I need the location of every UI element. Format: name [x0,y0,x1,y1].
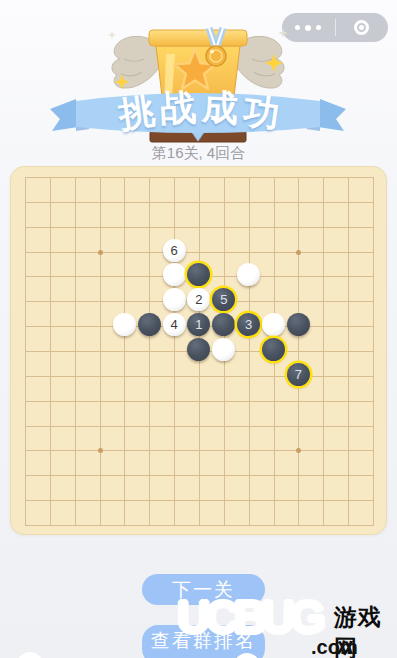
close-button[interactable] [336,13,389,42]
white-stone [237,263,260,286]
gomoku-board[interactable]: 6254137 [10,166,387,535]
banner-char: 功 [240,87,282,141]
black-stone [187,263,210,286]
banner-title: 挑战成功 [0,84,397,133]
white-stone [163,288,186,311]
move-number: 2 [187,288,210,311]
star-point [296,250,301,255]
white-stone-move-2: 2 [187,288,210,311]
move-number: 6 [163,239,186,262]
black-stone [262,338,285,361]
watermark-dotcom: .com [311,636,358,658]
black-stone-move-5: 5 [212,288,235,311]
white-stone-move-4: 4 [163,313,186,336]
black-stone [287,313,310,336]
black-stone [212,313,235,336]
star-point [98,250,103,255]
banner-char: 战 [158,83,197,134]
close-icon [354,20,369,35]
banner-char: 成 [200,83,239,134]
white-stone-move-6: 6 [163,239,186,262]
sparkle-icon [108,31,116,39]
challenge-success-screen: 挑战成功 第16关, 4回合 6254137 下一关 查看群排名 UCBUG 游… [0,0,397,658]
move-number: 7 [287,363,310,386]
move-number: 5 [212,288,235,311]
board-grid[interactable]: 6254137 [25,177,374,526]
white-stone [163,263,186,286]
black-stone-move-7: 7 [287,363,310,386]
sparkle-icon [279,29,288,38]
move-number: 4 [163,313,186,336]
move-number: 3 [237,313,260,336]
move-number: 1 [187,313,210,336]
white-stone [262,313,285,336]
white-stone [113,313,136,336]
black-stone [187,338,210,361]
banner-char: 挑 [115,87,157,141]
white-stone [212,338,235,361]
black-stone-move-3: 3 [237,313,260,336]
watermark-site-name: 游戏网 [334,602,397,658]
bubble-decoration [17,652,43,658]
black-stone-move-1: 1 [187,313,210,336]
next-level-button[interactable]: 下一关 [142,574,265,605]
level-round-subtitle: 第16关, 4回合 [0,144,397,163]
black-stone [138,313,161,336]
star-point [296,448,301,453]
star-point [98,448,103,453]
